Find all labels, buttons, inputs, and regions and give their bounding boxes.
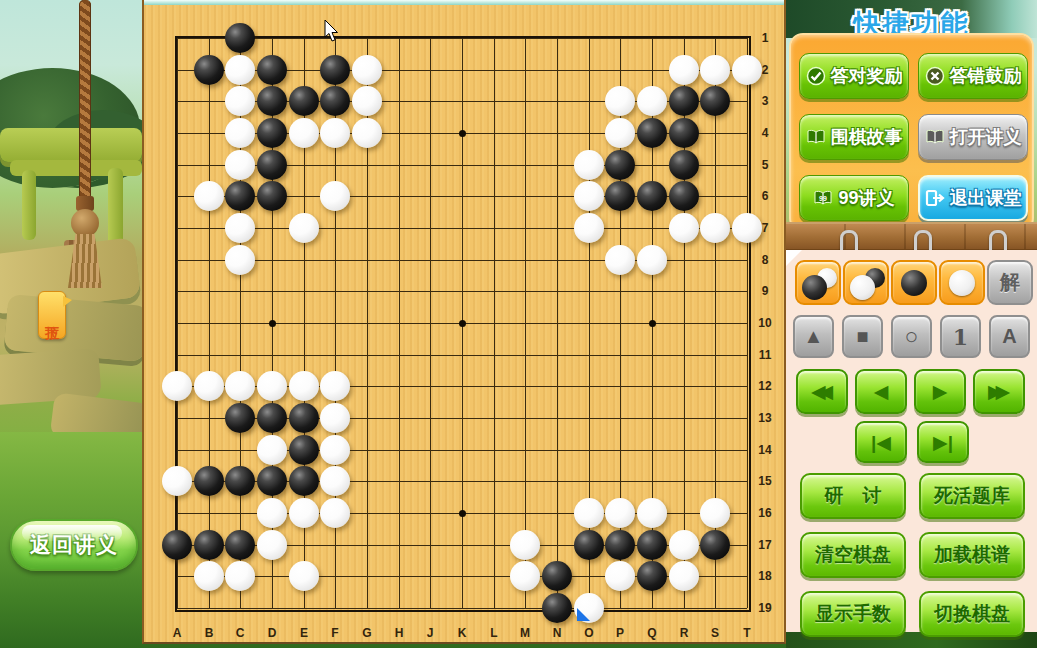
white-stone-O16[interactable] xyxy=(574,498,604,528)
row-label-5: 5 xyxy=(754,158,776,172)
row-label-12: 12 xyxy=(754,379,776,393)
quick-function-panel: 答对奖励答错鼓励围棋故事打开讲义9999讲义退出课堂 xyxy=(789,33,1034,232)
white-stone-button[interactable] xyxy=(939,260,985,305)
column-label-L: L xyxy=(484,626,504,640)
column-label-C: C xyxy=(230,626,250,640)
row-label-6: 6 xyxy=(754,189,776,203)
black-stone-E3[interactable] xyxy=(289,86,319,116)
black-stone-F3[interactable] xyxy=(320,86,350,116)
white-stone-P3[interactable] xyxy=(605,86,635,116)
black-stone-S3[interactable] xyxy=(700,86,730,116)
black-stone-R4[interactable] xyxy=(669,118,699,148)
white-stone-icon xyxy=(949,270,975,296)
column-label-J: J xyxy=(420,626,440,640)
row-label-8: 8 xyxy=(754,253,776,267)
exit-class-button[interactable]: 退出课堂 xyxy=(918,175,1028,221)
column-label-B: B xyxy=(199,626,219,640)
life-death-library-button[interactable]: 死活题库 xyxy=(919,473,1025,519)
star-point-D10 xyxy=(269,320,276,327)
white-stone-C2[interactable] xyxy=(225,55,255,85)
white-stone-E4[interactable] xyxy=(289,118,319,148)
stone-mode-row: 解 xyxy=(795,260,1033,305)
black-stone-C6[interactable] xyxy=(225,181,255,211)
black-stone-B17[interactable] xyxy=(194,530,224,560)
black-stone-E14[interactable] xyxy=(289,435,319,465)
black-stone-D13[interactable] xyxy=(257,403,287,433)
white-stone-C4[interactable] xyxy=(225,118,255,148)
pull-down-tab[interactable]: 下拉 xyxy=(38,291,66,339)
white-stone-F4[interactable] xyxy=(320,118,350,148)
fast-backward-button[interactable]: ◀◀ xyxy=(796,369,848,414)
white-stone-E16[interactable] xyxy=(289,498,319,528)
black-stone-icon xyxy=(802,275,827,300)
fast-forward-button-glyph: ▶▶ xyxy=(988,380,1010,403)
solution-button[interactable]: 解 xyxy=(987,260,1033,305)
column-label-S: S xyxy=(705,626,725,640)
white-stone-F14[interactable] xyxy=(320,435,350,465)
white-stone-D12[interactable] xyxy=(257,371,287,401)
triangle-marker-button-glyph: ▲ xyxy=(804,325,824,348)
row-label-1: 1 xyxy=(754,31,776,45)
column-label-Q: Q xyxy=(642,626,662,640)
reward-correct-button[interactable]: 答对奖励 xyxy=(799,53,909,99)
white-stone-M18[interactable] xyxy=(510,561,540,591)
white-stone-F13[interactable] xyxy=(320,403,350,433)
column-label-M: M xyxy=(515,626,535,640)
black-stone-P17[interactable] xyxy=(605,530,635,560)
bottom-button-grid: 研 讨死活题库清空棋盘加载棋谱显示手数切换棋盘 xyxy=(800,473,1025,637)
white-stone-E18[interactable] xyxy=(289,561,319,591)
tools-panel: 解 ▲■○1A ◀◀◀▶▶▶ |◀▶| 研 讨死活题库清空棋盘加载棋谱显示手数切… xyxy=(786,250,1037,632)
clear-board-button[interactable]: 清空棋盘 xyxy=(800,532,906,578)
last-move-marker xyxy=(577,608,590,621)
row-label-11: 11 xyxy=(754,348,776,362)
white-stone-A15[interactable] xyxy=(162,466,192,496)
black-stone-E13[interactable] xyxy=(289,403,319,433)
black-stone-C1[interactable] xyxy=(225,23,255,53)
handout-99-button-label: 99讲义 xyxy=(838,186,894,210)
white-stone-F15[interactable] xyxy=(320,466,350,496)
bamboo-post xyxy=(22,170,36,240)
black-stone-N19[interactable] xyxy=(542,593,572,623)
encourage-wrong-button-label: 答错鼓励 xyxy=(950,64,1022,88)
black-stone-P6[interactable] xyxy=(605,181,635,211)
mouse-cursor-icon xyxy=(324,20,340,42)
open-handout-button[interactable]: 打开讲义 xyxy=(918,114,1028,160)
black-stone-D5[interactable] xyxy=(257,150,287,180)
svg-text:99: 99 xyxy=(820,195,828,202)
black-stone-Q4[interactable] xyxy=(637,118,667,148)
tassel-bulb xyxy=(71,209,99,237)
white-stone-D16[interactable] xyxy=(257,498,287,528)
marker-tool-row: ▲■○1A xyxy=(793,315,1030,358)
black-stone-B15[interactable] xyxy=(194,466,224,496)
navigation-row: ◀◀◀▶▶▶ xyxy=(796,369,1025,414)
forward-button-glyph: ▶ xyxy=(933,380,948,403)
black-stone-Q18[interactable] xyxy=(637,561,667,591)
quick-button-grid: 答对奖励答错鼓励围棋故事打开讲义9999讲义退出课堂 xyxy=(799,53,1027,221)
white-stone-F16[interactable] xyxy=(320,498,350,528)
white-stone-O6[interactable] xyxy=(574,181,604,211)
white-stone-C5[interactable] xyxy=(225,150,255,180)
column-label-G: G xyxy=(357,626,377,640)
black-stone-Q17[interactable] xyxy=(637,530,667,560)
white-stone-B6[interactable] xyxy=(194,181,224,211)
cross-circle-icon xyxy=(925,66,945,86)
fast-forward-button[interactable]: ▶▶ xyxy=(973,369,1025,414)
white-stone-B12[interactable] xyxy=(194,371,224,401)
column-label-T: T xyxy=(737,626,757,640)
circle-marker-button[interactable]: ○ xyxy=(891,315,932,358)
book-icon xyxy=(806,129,826,145)
black-stone-D2[interactable] xyxy=(257,55,287,85)
black-stone-C13[interactable] xyxy=(225,403,255,433)
white-stone-G4[interactable] xyxy=(352,118,382,148)
black-stone-B2[interactable] xyxy=(194,55,224,85)
row-label-10: 10 xyxy=(754,316,776,330)
first-move-button-glyph: |◀ xyxy=(871,431,891,454)
column-label-H: H xyxy=(389,626,409,640)
black-stone-D3[interactable] xyxy=(257,86,287,116)
column-label-P: P xyxy=(610,626,630,640)
row-label-18: 18 xyxy=(754,569,776,583)
white-stone-F12[interactable] xyxy=(320,371,350,401)
exit-class-button-label: 退出课堂 xyxy=(950,186,1022,210)
black-stone-R6[interactable] xyxy=(669,181,699,211)
back-to-handout-label: 返回讲义 xyxy=(30,531,118,559)
black-stone-C15[interactable] xyxy=(225,466,255,496)
navigation-row-2: |◀▶| xyxy=(855,421,969,463)
black-stone-D15[interactable] xyxy=(257,466,287,496)
white-stone-O5[interactable] xyxy=(574,150,604,180)
check-circle-icon xyxy=(806,66,826,86)
black-stone-A17[interactable] xyxy=(162,530,192,560)
hanging-rope xyxy=(79,0,91,200)
alternate-black-first-button[interactable] xyxy=(795,260,841,305)
go-board-grid[interactable]: ABCDEFGHJKLMNOPQRST123456789101112131415… xyxy=(144,0,784,642)
white-stone-P4[interactable] xyxy=(605,118,635,148)
first-move-button[interactable]: |◀ xyxy=(855,421,907,463)
square-marker-button-glyph: ■ xyxy=(856,325,868,348)
white-stone-P16[interactable] xyxy=(605,498,635,528)
load-kifu-button[interactable]: 加载棋谱 xyxy=(919,532,1025,578)
circle-marker-button-glyph: ○ xyxy=(905,323,919,350)
white-stone-R17[interactable] xyxy=(669,530,699,560)
white-stone-R7[interactable] xyxy=(669,213,699,243)
black-stone-N18[interactable] xyxy=(542,561,572,591)
black-stone-R5[interactable] xyxy=(669,150,699,180)
switch-board-button[interactable]: 切换棋盘 xyxy=(919,591,1025,637)
letter-marker-button-glyph: A xyxy=(1002,325,1016,348)
back-to-handout-button[interactable]: 返回讲义 xyxy=(10,519,138,571)
encourage-wrong-button[interactable]: 答错鼓励 xyxy=(918,53,1028,99)
white-stone-C18[interactable] xyxy=(225,561,255,591)
white-stone-S7[interactable] xyxy=(700,213,730,243)
row-label-13: 13 xyxy=(754,411,776,425)
row-label-15: 15 xyxy=(754,474,776,488)
row-label-16: 16 xyxy=(754,506,776,520)
white-stone-Q16[interactable] xyxy=(637,498,667,528)
go-story-button-label: 围棋故事 xyxy=(831,125,903,149)
white-stone-C7[interactable] xyxy=(225,213,255,243)
white-stone-P8[interactable] xyxy=(605,245,635,275)
black-stone-O17[interactable] xyxy=(574,530,604,560)
letter-marker-button[interactable]: A xyxy=(989,315,1030,358)
last-move-button-glyph: ▶| xyxy=(933,431,953,454)
column-label-O: O xyxy=(579,626,599,640)
black-stone-Q6[interactable] xyxy=(637,181,667,211)
black-stone-S17[interactable] xyxy=(700,530,730,560)
exit-icon xyxy=(925,189,945,207)
white-stone-Q3[interactable] xyxy=(637,86,667,116)
white-stone-C3[interactable] xyxy=(225,86,255,116)
white-stone-S2[interactable] xyxy=(700,55,730,85)
number-marker-button-glyph: 1 xyxy=(953,324,968,350)
black-stone-icon xyxy=(901,270,927,296)
function-panel: 快捷功能 答对奖励答错鼓励围棋故事打开讲义9999讲义退出课堂 解 ▲■○1A … xyxy=(786,0,1037,648)
white-stone-O7[interactable] xyxy=(574,213,604,243)
black-stone-R3[interactable] xyxy=(669,86,699,116)
star-point-Q10 xyxy=(649,320,656,327)
row-label-9: 9 xyxy=(754,284,776,298)
star-point-K16 xyxy=(459,510,466,517)
white-stone-R2[interactable] xyxy=(669,55,699,85)
white-stone-S16[interactable] xyxy=(700,498,730,528)
column-label-R: R xyxy=(674,626,694,640)
book99-icon: 99 xyxy=(813,190,833,206)
last-move-button[interactable]: ▶| xyxy=(917,421,969,463)
row-label-4: 4 xyxy=(754,126,776,140)
black-stone-P5[interactable] xyxy=(605,150,635,180)
star-point-K4 xyxy=(459,130,466,137)
column-label-N: N xyxy=(547,626,567,640)
black-stone-E15[interactable] xyxy=(289,466,319,496)
row-label-17: 17 xyxy=(754,538,776,552)
black-stone-D4[interactable] xyxy=(257,118,287,148)
star-point-K10 xyxy=(459,320,466,327)
show-move-numbers-button[interactable]: 显示手数 xyxy=(800,591,906,637)
backward-button-glyph: ◀ xyxy=(874,380,889,403)
white-stone-G2[interactable] xyxy=(352,55,382,85)
fast-backward-button-glyph: ◀◀ xyxy=(811,380,833,403)
white-stone-D14[interactable] xyxy=(257,435,287,465)
backward-button[interactable]: ◀ xyxy=(855,369,907,414)
triangle-marker-button[interactable]: ▲ xyxy=(793,315,834,358)
handout-99-button[interactable]: 9999讲义 xyxy=(799,175,909,221)
black-stone-C17[interactable] xyxy=(225,530,255,560)
black-stone-button[interactable] xyxy=(891,260,937,305)
square-marker-button[interactable]: ■ xyxy=(842,315,883,358)
reward-correct-button-label: 答对奖励 xyxy=(831,64,903,88)
discuss-button[interactable]: 研 讨 xyxy=(800,473,906,519)
white-stone-D17[interactable] xyxy=(257,530,287,560)
white-stone-B18[interactable] xyxy=(194,561,224,591)
white-stone-F6[interactable] xyxy=(320,181,350,211)
white-stone-E12[interactable] xyxy=(289,371,319,401)
column-label-F: F xyxy=(325,626,345,640)
white-stone-C8[interactable] xyxy=(225,245,255,275)
alternate-white-first-button[interactable] xyxy=(843,260,889,305)
white-stone-G3[interactable] xyxy=(352,86,382,116)
white-stone-O19[interactable] xyxy=(574,593,604,623)
white-stone-icon xyxy=(850,275,875,300)
column-label-D: D xyxy=(262,626,282,640)
white-stone-Q8[interactable] xyxy=(637,245,667,275)
column-label-A: A xyxy=(167,626,187,640)
open-handout-button-label: 打开讲义 xyxy=(950,125,1022,149)
go-teaching-app: 下拉 返回讲义 ABCDEFGHJKLMNOPQRST1234567891011… xyxy=(0,0,1037,648)
go-story-button[interactable]: 围棋故事 xyxy=(799,114,909,160)
column-label-E: E xyxy=(294,626,314,640)
row-label-7: 7 xyxy=(754,221,776,235)
forward-button[interactable]: ▶ xyxy=(914,369,966,414)
black-stone-F2[interactable] xyxy=(320,55,350,85)
row-label-2: 2 xyxy=(754,63,776,77)
open-book-icon xyxy=(925,129,945,145)
row-label-14: 14 xyxy=(754,443,776,457)
row-label-3: 3 xyxy=(754,94,776,108)
column-label-K: K xyxy=(452,626,472,640)
go-board-panel: ABCDEFGHJKLMNOPQRST123456789101112131415… xyxy=(142,0,786,644)
white-stone-M17[interactable] xyxy=(510,530,540,560)
white-stone-E7[interactable] xyxy=(289,213,319,243)
white-stone-A12[interactable] xyxy=(162,371,192,401)
black-stone-D6[interactable] xyxy=(257,181,287,211)
number-marker-button[interactable]: 1 xyxy=(940,315,981,358)
white-stone-C12[interactable] xyxy=(225,371,255,401)
bamboo-pavilion-roof xyxy=(0,128,142,162)
white-stone-R18[interactable] xyxy=(669,561,699,591)
row-label-19: 19 xyxy=(754,601,776,615)
white-stone-P18[interactable] xyxy=(605,561,635,591)
